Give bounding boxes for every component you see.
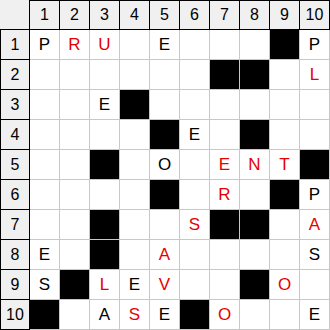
block-r3c4 (120, 90, 150, 120)
col-header-3: 3 (90, 0, 120, 30)
block-r1c9 (270, 30, 300, 60)
cell-r10c2[interactable] (60, 300, 90, 330)
cell-r5c1[interactable] (30, 150, 60, 180)
cell-r4c3[interactable] (90, 120, 120, 150)
row-header-6: 6 (0, 180, 30, 210)
cell-r3c9[interactable] (270, 90, 300, 120)
block-r5c3 (90, 150, 120, 180)
cell-r5c4[interactable] (120, 150, 150, 180)
cell-r7c5[interactable] (150, 210, 180, 240)
row-header-8: 8 (0, 240, 30, 270)
block-r5c10 (300, 150, 330, 180)
cell-r2c3[interactable] (90, 60, 120, 90)
cell-r1c8[interactable] (240, 30, 270, 60)
cell-r9c10[interactable] (300, 270, 330, 300)
cell-r9c1[interactable]: S (30, 270, 60, 300)
cell-r5c8[interactable]: n (240, 150, 270, 180)
cell-r7c1[interactable] (30, 210, 60, 240)
cell-r8c1[interactable]: E (30, 240, 60, 270)
cell-r4c10[interactable] (300, 120, 330, 150)
block-r6c9 (270, 180, 300, 210)
cell-r1c7[interactable] (210, 30, 240, 60)
cell-r6c8[interactable] (240, 180, 270, 210)
block-r6c5 (150, 180, 180, 210)
cell-r1c1[interactable]: P (30, 30, 60, 60)
cell-r9c5[interactable]: v (150, 270, 180, 300)
cell-r3c1[interactable] (30, 90, 60, 120)
cell-r10c10[interactable]: E (300, 300, 330, 330)
block-r2c8 (240, 60, 270, 90)
block-r10c6 (180, 300, 210, 330)
cell-r2c6[interactable] (180, 60, 210, 90)
cell-r1c6[interactable] (180, 30, 210, 60)
col-header-2: 2 (60, 0, 90, 30)
cell-r6c7[interactable]: r (210, 180, 240, 210)
row-header-3: 3 (0, 90, 30, 120)
cell-r1c10[interactable]: P (300, 30, 330, 60)
cell-r2c9[interactable] (270, 60, 300, 90)
col-header-7: 7 (210, 0, 240, 30)
cell-r8c4[interactable] (120, 240, 150, 270)
cell-r10c3[interactable]: A (90, 300, 120, 330)
crossword-board: 123456789101PruEP2l3E4E5Oent6rP7sa8EaS9S… (0, 0, 330, 330)
cell-r10c4[interactable]: s (120, 300, 150, 330)
block-r10c1 (30, 300, 60, 330)
cell-r6c10[interactable]: P (300, 180, 330, 210)
cell-r5c9[interactable]: t (270, 150, 300, 180)
block-r9c8 (240, 270, 270, 300)
cell-r6c1[interactable] (30, 180, 60, 210)
row-header-4: 4 (0, 120, 30, 150)
cell-r8c5[interactable]: a (150, 240, 180, 270)
col-header-10: 10 (300, 0, 330, 30)
block-r9c2 (60, 270, 90, 300)
col-header-8: 8 (240, 0, 270, 30)
block-r8c3 (90, 240, 120, 270)
cell-r1c3[interactable]: u (90, 30, 120, 60)
cell-r8c9[interactable] (270, 240, 300, 270)
cell-r4c9[interactable] (270, 120, 300, 150)
cell-r4c7[interactable] (210, 120, 240, 150)
cell-r5c6[interactable] (180, 150, 210, 180)
col-header-4: 4 (120, 0, 150, 30)
cell-r9c6[interactable] (180, 270, 210, 300)
cell-r7c6[interactable]: s (180, 210, 210, 240)
cell-r3c7[interactable] (210, 90, 240, 120)
col-header-1: 1 (30, 0, 60, 30)
row-header-9: 9 (0, 270, 30, 300)
cell-r2c2[interactable] (60, 60, 90, 90)
cell-r8c2[interactable] (60, 240, 90, 270)
cell-r9c4[interactable]: E (120, 270, 150, 300)
cell-r9c3[interactable]: l (90, 270, 120, 300)
cell-r7c9[interactable] (270, 210, 300, 240)
cell-r10c7[interactable]: o (210, 300, 240, 330)
block-r7c7 (210, 210, 240, 240)
cell-r7c4[interactable] (120, 210, 150, 240)
cell-r3c8[interactable] (240, 90, 270, 120)
cell-r4c1[interactable] (30, 120, 60, 150)
cell-r3c5[interactable] (150, 90, 180, 120)
cell-r1c2[interactable]: r (60, 30, 90, 60)
row-header-5: 5 (0, 150, 30, 180)
cell-r6c4[interactable] (120, 180, 150, 210)
cell-r5c2[interactable] (60, 150, 90, 180)
cell-r2c10[interactable]: l (300, 60, 330, 90)
cell-r1c5[interactable]: E (150, 30, 180, 60)
block-r4c5 (150, 120, 180, 150)
cell-r1c4[interactable] (120, 30, 150, 60)
cell-r10c5[interactable]: E (150, 300, 180, 330)
row-header-10: 10 (0, 300, 30, 330)
cell-r2c5[interactable] (150, 60, 180, 90)
cell-r8c10[interactable]: S (300, 240, 330, 270)
cell-r4c6[interactable]: E (180, 120, 210, 150)
cell-r10c8[interactable] (240, 300, 270, 330)
col-header-6: 6 (180, 0, 210, 30)
cell-r7c2[interactable] (60, 210, 90, 240)
cell-r4c4[interactable] (120, 120, 150, 150)
cell-r8c7[interactable] (210, 240, 240, 270)
cell-r7c10[interactable]: a (300, 210, 330, 240)
col-header-9: 9 (270, 0, 300, 30)
cell-r3c3[interactable]: E (90, 90, 120, 120)
cell-r8c6[interactable] (180, 240, 210, 270)
block-r7c3 (90, 210, 120, 240)
cell-r3c10[interactable] (300, 90, 330, 120)
cell-r9c7[interactable] (210, 270, 240, 300)
cell-r10c9[interactable] (270, 300, 300, 330)
cell-r5c5[interactable]: O (150, 150, 180, 180)
cell-r4c2[interactable] (60, 120, 90, 150)
col-header-5: 5 (150, 0, 180, 30)
block-r4c8 (240, 120, 270, 150)
cell-r3c2[interactable] (60, 90, 90, 120)
cell-r2c4[interactable] (120, 60, 150, 90)
cell-r6c2[interactable] (60, 180, 90, 210)
row-header-2: 2 (0, 60, 30, 90)
block-r7c8 (240, 210, 270, 240)
row-header-1: 1 (0, 30, 30, 60)
cell-r3c6[interactable] (180, 90, 210, 120)
cell-r6c6[interactable] (180, 180, 210, 210)
cell-r9c9[interactable]: o (270, 270, 300, 300)
cell-r8c8[interactable] (240, 240, 270, 270)
corner-cell (0, 0, 30, 30)
cell-r5c7[interactable]: e (210, 150, 240, 180)
block-r2c7 (210, 60, 240, 90)
cell-r6c3[interactable] (90, 180, 120, 210)
row-header-7: 7 (0, 210, 30, 240)
cell-r2c1[interactable] (30, 60, 60, 90)
